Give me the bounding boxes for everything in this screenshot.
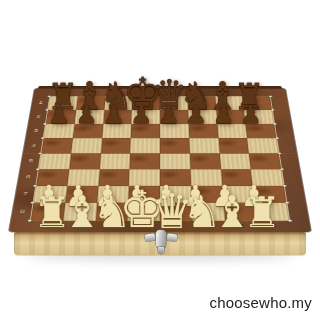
- brass-pin-icon: [280, 168, 284, 170]
- board-square: [46, 110, 76, 124]
- board-square: [223, 203, 257, 221]
- board-square: [255, 203, 289, 221]
- file-label: c: [104, 222, 118, 228]
- board-square: [131, 110, 160, 124]
- board-square: [99, 153, 130, 169]
- board-square: [190, 153, 221, 169]
- rank-label: 5: [24, 158, 38, 163]
- board-square: [39, 153, 71, 169]
- board-square: [74, 110, 104, 124]
- board-square: [65, 186, 98, 203]
- chess-board: 12345678abcdefgh: [9, 88, 311, 232]
- board-square: [73, 124, 103, 139]
- board-square: [160, 169, 191, 185]
- board-square: [160, 153, 190, 169]
- board-square: [102, 124, 132, 139]
- board-square: [221, 169, 253, 185]
- board-square: [98, 169, 130, 185]
- board-square: [44, 124, 75, 139]
- board-grid: [31, 96, 289, 220]
- board-square: [103, 110, 132, 124]
- rank-label: 4: [27, 143, 40, 148]
- board-square: [249, 153, 281, 169]
- board-square: [41, 138, 72, 153]
- board-square: [31, 203, 65, 221]
- board-square: [217, 124, 247, 139]
- rank-label: 2: [32, 114, 45, 118]
- watermark: choosewho.my: [210, 294, 312, 311]
- brass-pin-icon: [273, 123, 277, 125]
- board-square: [242, 96, 272, 109]
- brass-pin-icon: [271, 109, 275, 111]
- board-square: [104, 96, 133, 109]
- rank-label: 8: [15, 208, 30, 213]
- brass-pin-icon: [278, 153, 282, 155]
- board-square: [128, 186, 160, 203]
- fold-seam: [23, 153, 297, 154]
- brass-pin-icon: [36, 168, 40, 170]
- board-square: [63, 203, 97, 221]
- file-label: e: [169, 222, 183, 228]
- board-square: [131, 124, 160, 139]
- file-label: g: [234, 222, 248, 228]
- rank-label: 7: [18, 191, 32, 196]
- brass-pin-icon: [285, 202, 289, 204]
- file-label: d: [137, 222, 151, 228]
- file-label: a: [39, 222, 54, 228]
- board-square: [97, 186, 129, 203]
- board-square: [215, 96, 244, 109]
- board-square: [128, 203, 160, 221]
- board-square: [219, 153, 251, 169]
- brass-pin-icon: [45, 109, 49, 111]
- board-square: [67, 169, 99, 185]
- clasp-left-wing: [145, 233, 156, 241]
- board-square: [189, 124, 219, 139]
- board-square: [160, 96, 188, 109]
- board-square: [129, 169, 160, 185]
- rank-label: 6: [21, 174, 35, 179]
- clasp-knob: [156, 230, 166, 248]
- file-label: f: [202, 222, 216, 228]
- board-square: [190, 169, 222, 185]
- brass-pin-icon: [43, 123, 47, 125]
- board-square: [130, 153, 160, 169]
- board-square: [160, 203, 192, 221]
- brass-pin-icon: [283, 185, 287, 187]
- board-square: [160, 138, 190, 153]
- board-square: [244, 110, 274, 124]
- board-square: [191, 186, 223, 203]
- rank-label: 3: [29, 128, 42, 132]
- board-square: [69, 153, 101, 169]
- rank-label: 1: [34, 101, 47, 105]
- board-square: [222, 186, 255, 203]
- board-square: [34, 186, 68, 203]
- brass-pin-icon: [28, 220, 32, 222]
- board-square: [160, 110, 189, 124]
- board-square: [130, 138, 160, 153]
- board-square: [192, 203, 225, 221]
- file-label: h: [266, 222, 281, 228]
- board-square: [160, 124, 189, 139]
- board-square: [189, 138, 219, 153]
- board-square: [36, 169, 69, 185]
- board-square: [251, 169, 284, 185]
- clasp-right-wing: [167, 233, 178, 241]
- clasp-tail: [158, 247, 164, 254]
- board-square: [187, 96, 216, 109]
- board-square: [71, 138, 102, 153]
- board-square: [132, 96, 160, 109]
- brass-pin-icon: [33, 185, 37, 187]
- board-square: [188, 110, 217, 124]
- board-square: [246, 124, 277, 139]
- board-square: [95, 203, 128, 221]
- board-square: [253, 186, 287, 203]
- product-photo: 12345678abcdefgh ♜♝♞♚♛♞♝♜♟♟♟♟♟♟♟♟♟♟♟♟♟♟♟…: [0, 0, 320, 320]
- file-label: b: [72, 222, 86, 228]
- metal-clasp-icon: [145, 230, 177, 255]
- board-square: [247, 138, 278, 153]
- brass-pin-icon: [288, 220, 292, 222]
- brass-pin-icon: [275, 137, 279, 139]
- brass-pin-icon: [269, 96, 273, 98]
- board-square: [160, 186, 192, 203]
- board-square: [101, 138, 131, 153]
- board-square: [216, 110, 246, 124]
- board-square: [218, 138, 249, 153]
- board-square: [76, 96, 105, 109]
- board-square: [48, 96, 78, 109]
